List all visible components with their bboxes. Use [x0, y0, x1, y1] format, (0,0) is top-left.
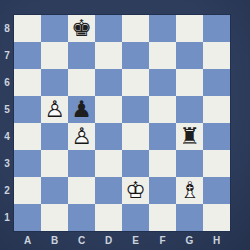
square-f5[interactable] [149, 96, 176, 123]
rank-label-2: 2 [0, 177, 14, 204]
square-h1[interactable] [203, 204, 230, 231]
square-c1[interactable] [68, 204, 95, 231]
white-bishop-icon[interactable]: ♗ [176, 177, 203, 204]
square-c7[interactable] [68, 42, 95, 69]
square-b1[interactable] [41, 204, 68, 231]
square-g1[interactable] [176, 204, 203, 231]
square-e3[interactable] [122, 150, 149, 177]
square-e8[interactable] [122, 15, 149, 42]
square-b6[interactable] [41, 69, 68, 96]
square-f6[interactable] [149, 69, 176, 96]
square-g6[interactable] [176, 69, 203, 96]
black-pawn-icon[interactable]: ♟ [68, 96, 95, 123]
square-g5[interactable] [176, 96, 203, 123]
rank-label-7: 7 [0, 42, 14, 69]
square-d5[interactable] [95, 96, 122, 123]
square-f8[interactable] [149, 15, 176, 42]
file-label-c: C [68, 232, 95, 248]
rank-label-1: 1 [0, 204, 14, 231]
chess-board: ♚♟♙♟♟♙♜♚♔♝♗ [14, 15, 230, 231]
square-b3[interactable] [41, 150, 68, 177]
square-f7[interactable] [149, 42, 176, 69]
square-a5[interactable] [14, 96, 41, 123]
square-e6[interactable] [122, 69, 149, 96]
white-pawn-icon[interactable]: ♙ [41, 96, 68, 123]
file-labels: ABCDEFGH [14, 232, 230, 248]
rank-label-4: 4 [0, 123, 14, 150]
square-a7[interactable] [14, 42, 41, 69]
square-c6[interactable] [68, 69, 95, 96]
rank-labels: 87654321 [0, 15, 14, 231]
square-a3[interactable] [14, 150, 41, 177]
square-b8[interactable] [41, 15, 68, 42]
white-king-icon[interactable]: ♔ [122, 177, 149, 204]
square-b7[interactable] [41, 42, 68, 69]
square-a1[interactable] [14, 204, 41, 231]
square-d7[interactable] [95, 42, 122, 69]
square-f4[interactable] [149, 123, 176, 150]
square-h6[interactable] [203, 69, 230, 96]
square-d3[interactable] [95, 150, 122, 177]
square-h7[interactable] [203, 42, 230, 69]
square-b5[interactable]: ♟♙ [41, 96, 68, 123]
square-h2[interactable] [203, 177, 230, 204]
square-g7[interactable] [176, 42, 203, 69]
rank-label-8: 8 [0, 15, 14, 42]
file-label-d: D [95, 232, 122, 248]
square-e1[interactable] [122, 204, 149, 231]
square-h4[interactable] [203, 123, 230, 150]
square-h5[interactable] [203, 96, 230, 123]
chess-diagram: 87654321 ♚♟♙♟♟♙♜♚♔♝♗ ABCDEFGH [0, 0, 250, 250]
square-f1[interactable] [149, 204, 176, 231]
square-b2[interactable] [41, 177, 68, 204]
white-pawn-icon[interactable]: ♙ [68, 123, 95, 150]
black-rook-icon[interactable]: ♜ [176, 123, 203, 150]
square-c4[interactable]: ♟♙ [68, 123, 95, 150]
square-a6[interactable] [14, 69, 41, 96]
square-a8[interactable] [14, 15, 41, 42]
rank-label-5: 5 [0, 96, 14, 123]
file-label-b: B [41, 232, 68, 248]
square-d8[interactable] [95, 15, 122, 42]
square-d2[interactable] [95, 177, 122, 204]
square-c3[interactable] [68, 150, 95, 177]
square-d6[interactable] [95, 69, 122, 96]
square-c2[interactable] [68, 177, 95, 204]
rank-label-6: 6 [0, 69, 14, 96]
file-label-a: A [14, 232, 41, 248]
square-c8[interactable]: ♚ [68, 15, 95, 42]
square-a4[interactable] [14, 123, 41, 150]
square-g3[interactable] [176, 150, 203, 177]
square-e7[interactable] [122, 42, 149, 69]
square-h3[interactable] [203, 150, 230, 177]
square-g2[interactable]: ♝♗ [176, 177, 203, 204]
file-label-e: E [122, 232, 149, 248]
square-f2[interactable] [149, 177, 176, 204]
square-c5[interactable]: ♟ [68, 96, 95, 123]
square-b4[interactable] [41, 123, 68, 150]
square-a2[interactable] [14, 177, 41, 204]
square-e2[interactable]: ♚♔ [122, 177, 149, 204]
square-g8[interactable] [176, 15, 203, 42]
square-g4[interactable]: ♜ [176, 123, 203, 150]
square-e5[interactable] [122, 96, 149, 123]
rank-label-3: 3 [0, 150, 14, 177]
square-d4[interactable] [95, 123, 122, 150]
square-f3[interactable] [149, 150, 176, 177]
square-e4[interactable] [122, 123, 149, 150]
black-king-icon[interactable]: ♚ [68, 15, 95, 42]
file-label-h: H [203, 232, 230, 248]
file-label-f: F [149, 232, 176, 248]
file-label-g: G [176, 232, 203, 248]
square-d1[interactable] [95, 204, 122, 231]
square-h8[interactable] [203, 15, 230, 42]
